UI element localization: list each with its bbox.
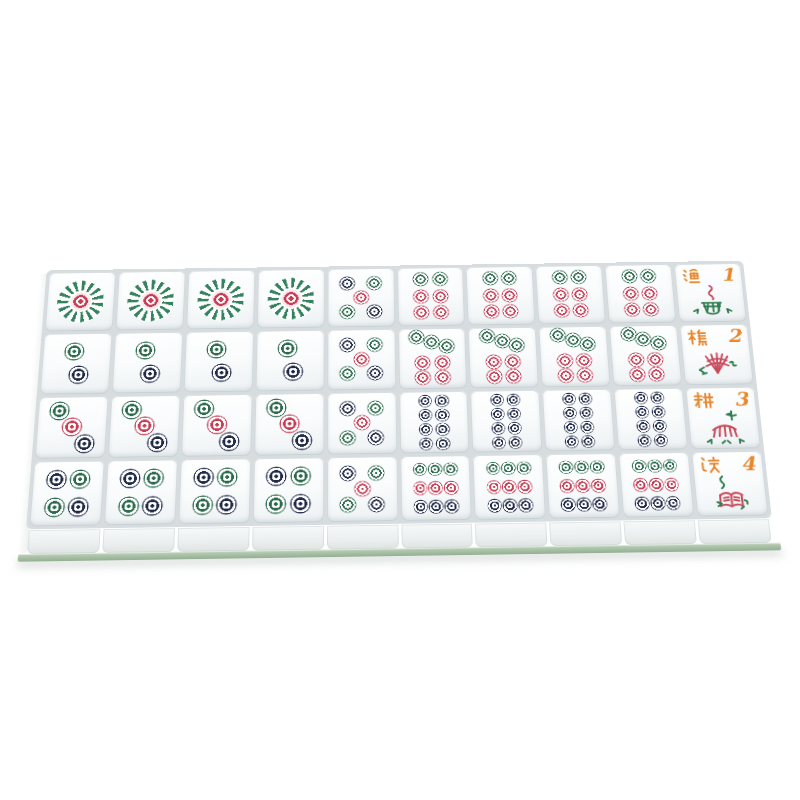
tile-r3c2-3p[interactable] (108, 395, 181, 458)
dot-green (366, 276, 382, 290)
tile-r4c10-flower-读[interactable]: 4 (691, 451, 768, 516)
dot-navy (508, 422, 523, 435)
dot-navy (419, 423, 433, 436)
tile-front-edge (475, 523, 548, 548)
tile-front-edge (177, 527, 249, 552)
dot-red (354, 481, 371, 497)
big-dot (267, 277, 314, 319)
dot-green (647, 459, 662, 472)
flower-header: 2 (680, 324, 750, 346)
dot-navy (292, 430, 313, 449)
dot-green (340, 430, 357, 446)
dot-navy (146, 433, 167, 452)
dot-navy (637, 434, 652, 447)
big-dot (126, 279, 175, 321)
tile-r1c5-5p[interactable] (327, 268, 395, 327)
dot-green (443, 462, 458, 475)
dot-red (557, 353, 574, 368)
dot-navy (650, 391, 665, 404)
flower-art-耕 (697, 408, 751, 446)
flower-number: 3 (733, 390, 749, 408)
flower-character-耕 (692, 391, 714, 410)
dot-green (428, 463, 443, 476)
dot-red (560, 479, 575, 493)
dot-navy (562, 392, 577, 405)
dot-red (505, 369, 522, 384)
dot-green (64, 343, 85, 361)
dot-red (649, 478, 664, 492)
dot-red (414, 305, 430, 320)
dot-red (484, 304, 501, 319)
dot-navy (339, 277, 355, 291)
dot-green (339, 366, 355, 381)
tile-r2c10-flower-樵[interactable]: 2 (680, 324, 754, 385)
tile-r2c4-2p[interactable] (255, 330, 324, 391)
dot-navy (506, 393, 521, 406)
flower-number: 2 (726, 327, 742, 344)
dot-green (579, 337, 596, 352)
dot-navy (282, 362, 302, 381)
flower-character-樵 (686, 328, 708, 346)
dot-green (552, 270, 569, 284)
dot-navy (73, 434, 95, 453)
dot-navy (367, 366, 383, 381)
tile-r4c8-9p[interactable] (546, 453, 621, 518)
board-perspective-wrap: 1234 (24, 261, 776, 562)
tile-r4c3-4p[interactable] (178, 459, 251, 525)
dot-red (577, 368, 594, 383)
dot-green (266, 494, 287, 514)
dot-red (432, 305, 448, 320)
dot-green (650, 336, 667, 351)
dot-navy (435, 423, 449, 436)
dot-red (641, 286, 658, 300)
tile-r1c8-6p[interactable] (535, 265, 606, 324)
tile-r4c5-5p[interactable] (327, 457, 398, 522)
dot-navy (436, 437, 450, 450)
dot-green (43, 497, 65, 517)
dot-red (428, 481, 443, 495)
dot-navy (562, 407, 577, 420)
dot-navy (339, 401, 355, 416)
dot-green (143, 469, 165, 489)
tile-front-edge (102, 528, 175, 553)
dot-red (206, 416, 227, 435)
dot-green (432, 272, 448, 286)
dot-navy (490, 393, 504, 406)
dot-navy (666, 496, 681, 510)
tile-r3c9-8p[interactable] (614, 387, 688, 450)
tile-r2c2-2p[interactable] (112, 332, 183, 393)
tile-front-edge (550, 521, 623, 546)
dot-navy (578, 392, 593, 405)
big-dot (197, 278, 245, 320)
flower-art-wrap (681, 344, 753, 381)
dot-red (502, 304, 519, 319)
dot-red (279, 414, 300, 433)
dot-navy (368, 496, 385, 512)
dot-navy (367, 430, 384, 446)
dot-green (206, 341, 226, 359)
flower-art-渔 (685, 283, 737, 319)
dot-red (624, 302, 641, 317)
dot-red (633, 478, 648, 492)
dot-red (444, 481, 459, 495)
dot-navy (636, 420, 651, 433)
tile-r2c5-5p[interactable] (327, 329, 396, 390)
tile-r1c1-1p[interactable] (45, 272, 116, 331)
dot-red (553, 287, 570, 301)
dot-navy (652, 420, 667, 433)
dot-navy (219, 432, 240, 451)
dot-navy (492, 436, 507, 449)
tile-r3c8-8p[interactable] (542, 388, 615, 451)
dot-red (628, 352, 645, 367)
dot-navy (564, 435, 579, 448)
tile-r1c3-1p[interactable] (186, 270, 255, 329)
flower-character-读 (699, 455, 721, 474)
dot-navy (592, 497, 607, 511)
dot-red (353, 415, 370, 430)
dot-navy (45, 470, 67, 490)
tile-r4c6-9p[interactable] (400, 455, 472, 520)
dot-navy (418, 394, 432, 407)
dot-red (432, 289, 448, 303)
dot-red (502, 480, 517, 494)
flower-art-wrap (676, 283, 747, 319)
tile-r4c2-4p[interactable] (104, 460, 178, 526)
dot-green (413, 463, 427, 476)
dot-navy (508, 436, 523, 449)
dot-navy (491, 422, 506, 435)
flower-art-读 (703, 473, 758, 513)
dot-red (664, 478, 679, 492)
dot-red (629, 367, 646, 382)
tile-front-edge (624, 520, 697, 545)
dot-green (482, 271, 498, 285)
dot-green (516, 461, 531, 474)
tile-r3c3-3p[interactable] (181, 394, 252, 457)
dot-green (194, 400, 215, 419)
dot-green (632, 460, 647, 473)
dot-navy (635, 497, 650, 511)
dot-navy (119, 469, 141, 489)
dot-navy (653, 434, 668, 447)
flower-character-渔 (681, 267, 702, 285)
dot-red (415, 355, 432, 370)
tile-r3c1-3p[interactable] (35, 396, 109, 459)
dot-red (648, 367, 665, 382)
tile-r1c6-6p[interactable] (397, 267, 466, 326)
dot-red (353, 352, 369, 367)
big-dot (56, 280, 106, 322)
dot-navy (563, 421, 578, 434)
dot-green (589, 460, 604, 473)
tile-r4c1-4p[interactable] (29, 461, 104, 527)
dot-navy (633, 391, 648, 404)
mahjong-board: 1234 (26, 261, 772, 530)
dot-navy (340, 466, 357, 482)
dot-green (217, 468, 238, 488)
flower-art-樵 (691, 344, 744, 381)
dot-green (559, 461, 574, 474)
dot-green (135, 342, 156, 360)
dot-navy (435, 408, 449, 421)
dot-green (509, 338, 526, 353)
tile-r3c10-flower-耕[interactable]: 3 (685, 386, 761, 449)
tile-r3c5-5p[interactable] (327, 392, 397, 455)
tile-r1c4-1p[interactable] (257, 269, 325, 328)
dot-red (576, 353, 593, 368)
dot-navy (579, 406, 594, 419)
dot-red (413, 289, 429, 303)
dot-red (434, 355, 451, 370)
dot-navy (507, 407, 522, 420)
dot-green (494, 334, 511, 349)
tile-r1c2-1p[interactable] (115, 271, 185, 330)
tile-r4c4-4p[interactable] (252, 458, 324, 524)
dot-green (620, 327, 637, 342)
dot-navy (366, 304, 382, 319)
dot-navy (503, 499, 518, 513)
tile-r3c4-3p[interactable] (254, 393, 324, 456)
dot-green (621, 269, 638, 283)
dot-red (572, 303, 589, 318)
tile-r2c3-2p[interactable] (183, 331, 253, 392)
dot-navy (142, 496, 164, 516)
dot-green (640, 269, 657, 283)
dot-navy (139, 364, 160, 383)
dot-navy (429, 500, 444, 514)
dot-green (413, 272, 429, 286)
dot-red (554, 303, 571, 318)
dot-navy (650, 497, 665, 511)
dot-navy (561, 498, 576, 512)
dot-navy (290, 494, 311, 514)
dot-navy (444, 500, 459, 514)
dot-red (415, 370, 432, 385)
tile-r3c6-8p[interactable] (399, 391, 470, 454)
dot-red (622, 286, 639, 300)
tile-r4c7-9p[interactable] (473, 454, 547, 519)
dot-green (635, 332, 652, 347)
dot-red (558, 368, 575, 383)
dot-green (117, 496, 139, 516)
tile-front-edge (698, 519, 772, 544)
tile-r2c6-7p[interactable] (398, 328, 468, 389)
dot-navy (581, 435, 596, 448)
dot-green (290, 467, 311, 487)
dot-navy (487, 499, 502, 513)
tile-front-edge (27, 529, 100, 554)
dot-navy (651, 405, 666, 418)
dot-navy (216, 495, 237, 515)
dot-red (486, 369, 503, 384)
dot-green (501, 271, 517, 285)
tile-r1c7-6p[interactable] (466, 266, 536, 325)
tile-r3c7-8p[interactable] (470, 390, 542, 453)
dot-red (353, 290, 369, 304)
dot-green (340, 497, 357, 513)
tile-r4c9-9p[interactable] (619, 452, 695, 517)
dot-green (277, 340, 297, 358)
dot-green (549, 328, 566, 343)
dot-navy (68, 365, 89, 384)
tile-r1c10-flower-渔[interactable]: 1 (674, 263, 747, 322)
dot-green (423, 335, 439, 350)
tile-r1c9-6p[interactable] (605, 264, 677, 323)
dot-red (575, 479, 590, 493)
dot-green (368, 465, 385, 481)
dot-navy (490, 408, 505, 421)
dot-red (591, 479, 606, 493)
dot-red (643, 302, 660, 316)
dot-red (483, 288, 499, 302)
tile-r2c1-2p[interactable] (40, 333, 113, 394)
dot-green (339, 304, 355, 319)
dot-green (438, 339, 455, 354)
flower-number: 4 (740, 455, 756, 473)
tile-front-edge (401, 524, 473, 549)
tile-front-edge (252, 526, 324, 551)
flower-header: 3 (685, 386, 756, 409)
flower-art-wrap (694, 473, 769, 513)
dot-navy (266, 467, 287, 487)
dot-navy (580, 421, 595, 434)
dot-navy (576, 498, 591, 512)
dot-navy (418, 409, 432, 422)
dot-navy (419, 437, 433, 450)
dot-red (502, 288, 519, 302)
dot-green (367, 337, 383, 352)
dot-red (434, 370, 451, 385)
dot-green (574, 460, 589, 473)
dot-navy (339, 338, 355, 353)
flower-header: 4 (691, 451, 763, 475)
flower-art-wrap (687, 408, 760, 447)
dot-red (571, 287, 588, 301)
dot-green (486, 462, 501, 475)
dot-navy (211, 363, 232, 382)
dot-navy (413, 500, 428, 514)
dot-green (662, 459, 677, 472)
tile-r2c7-7p[interactable] (468, 327, 539, 388)
dot-red (413, 481, 428, 495)
dot-green (367, 400, 384, 415)
tile-r2c9-7p[interactable] (609, 325, 682, 386)
mahjong-photo-scene: 1234 (24, 228, 776, 556)
dot-navy (518, 498, 533, 512)
dot-green (266, 399, 287, 418)
dot-navy (634, 406, 649, 419)
flower-header: 1 (674, 263, 743, 285)
dot-red (505, 354, 522, 369)
dot-green (479, 329, 496, 344)
dot-navy (193, 468, 214, 488)
dot-green (408, 330, 424, 345)
flower-number: 1 (720, 267, 735, 284)
dot-green (192, 495, 213, 515)
dot-red (647, 352, 664, 367)
dot-green (570, 270, 587, 284)
tile-r2c8-7p[interactable] (539, 326, 611, 387)
dot-navy (67, 497, 89, 517)
dot-red (517, 480, 532, 494)
dot-green (501, 462, 516, 475)
dot-green (69, 470, 91, 490)
dot-red (486, 480, 501, 494)
dot-green (564, 333, 581, 348)
dot-red (486, 354, 503, 369)
dot-navy (435, 394, 449, 407)
tile-front-edge (327, 525, 399, 550)
